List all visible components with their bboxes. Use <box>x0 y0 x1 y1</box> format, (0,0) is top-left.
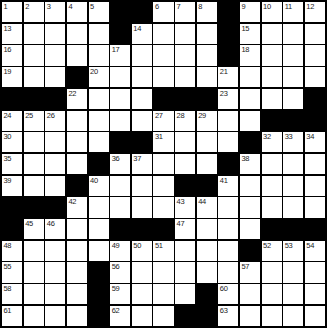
cell-r11c2[interactable]: 45 <box>24 219 44 239</box>
clue-number: 3 <box>47 2 51 11</box>
cell-r13c12[interactable]: 57 <box>240 262 260 282</box>
clue-number: 36 <box>112 154 120 163</box>
cell-r4c11[interactable]: 21 <box>218 67 238 87</box>
black-cell-r7c12 <box>240 132 260 152</box>
cell-r13c2[interactable] <box>24 262 44 282</box>
clue-number: 41 <box>220 176 228 185</box>
clue-number: 16 <box>4 45 12 54</box>
black-cell-r10c1 <box>2 197 22 217</box>
black-cell-r15c5 <box>89 306 109 326</box>
cell-r9c6[interactable] <box>110 176 130 196</box>
cell-r3c12[interactable]: 18 <box>240 45 260 65</box>
cell-r13c10[interactable] <box>197 262 217 282</box>
cell-r3c15[interactable] <box>305 45 325 65</box>
cell-r2c3[interactable] <box>45 24 65 44</box>
cell-r2c7[interactable]: 14 <box>132 24 152 44</box>
cell-r1c10[interactable]: 8 <box>197 2 217 22</box>
cell-r11c3[interactable]: 46 <box>45 219 65 239</box>
cell-r7c13[interactable]: 32 <box>262 132 282 152</box>
cell-r6c11[interactable] <box>218 111 238 131</box>
cell-r11c5[interactable] <box>89 219 109 239</box>
cell-r8c10[interactable] <box>197 154 217 174</box>
cell-r5c12[interactable] <box>240 89 260 109</box>
cell-r12c3[interactable] <box>45 241 65 261</box>
clue-number: 57 <box>241 262 249 271</box>
cell-r12c2[interactable] <box>24 241 44 261</box>
black-cell-r14c10 <box>197 284 217 304</box>
cell-r13c6[interactable]: 56 <box>110 262 130 282</box>
clue-number: 47 <box>177 219 185 228</box>
cell-r10c11[interactable] <box>218 197 238 217</box>
cell-r3c8[interactable] <box>153 45 173 65</box>
cell-r12c10[interactable] <box>197 241 217 261</box>
cell-r14c14[interactable] <box>283 284 303 304</box>
cell-r9c11[interactable]: 41 <box>218 176 238 196</box>
cell-r3c1[interactable]: 16 <box>2 45 22 65</box>
cell-r4c6[interactable] <box>110 67 130 87</box>
clue-number: 22 <box>68 89 76 98</box>
cell-r5c7[interactable] <box>132 89 152 109</box>
cell-r7c1[interactable]: 30 <box>2 132 22 152</box>
cell-r4c13[interactable] <box>262 67 282 87</box>
black-cell-r15c9 <box>175 306 195 326</box>
black-cell-r10c3 <box>45 197 65 217</box>
cell-r2c5[interactable] <box>89 24 109 44</box>
cell-r3c7[interactable] <box>132 45 152 65</box>
cell-r7c11[interactable] <box>218 132 238 152</box>
clue-number: 46 <box>47 219 55 228</box>
cell-r6c10[interactable]: 29 <box>197 111 217 131</box>
cell-r6c12[interactable] <box>240 111 260 131</box>
cell-r4c15[interactable] <box>305 67 325 87</box>
cell-r12c6[interactable]: 49 <box>110 241 130 261</box>
clue-number: 45 <box>25 219 33 228</box>
cell-r13c1[interactable]: 55 <box>2 262 22 282</box>
cell-r3c4[interactable] <box>67 45 87 65</box>
black-cell-r5c10 <box>197 89 217 109</box>
cell-r13c8[interactable] <box>153 262 173 282</box>
clue-number: 61 <box>4 306 12 315</box>
clue-number: 43 <box>177 197 185 206</box>
clue-number: 24 <box>4 111 12 120</box>
clue-number: 19 <box>4 67 12 76</box>
cell-r6c9[interactable]: 28 <box>175 111 195 131</box>
cell-r15c1[interactable]: 61 <box>2 306 22 326</box>
clue-number: 49 <box>112 241 120 250</box>
clue-number: 11 <box>285 2 292 11</box>
clue-number: 48 <box>4 241 12 250</box>
black-cell-r15c10 <box>197 306 217 326</box>
cell-r8c4[interactable] <box>67 154 87 174</box>
clue-number: 54 <box>306 241 314 250</box>
cell-r15c2[interactable] <box>24 306 44 326</box>
black-cell-r11c6 <box>110 219 130 239</box>
clue-number: 52 <box>263 241 271 250</box>
clue-number: 32 <box>263 132 271 141</box>
cell-r2c4[interactable] <box>67 24 87 44</box>
cell-r6c5[interactable] <box>89 111 109 131</box>
cell-r14c4[interactable] <box>67 284 87 304</box>
cell-r6c4[interactable] <box>67 111 87 131</box>
cell-r10c9[interactable]: 43 <box>175 197 195 217</box>
clue-number: 14 <box>133 24 141 33</box>
cell-r14c8[interactable] <box>153 284 173 304</box>
clue-number: 33 <box>285 132 293 141</box>
cell-r6c2[interactable]: 25 <box>24 111 44 131</box>
cell-r8c14[interactable] <box>283 154 303 174</box>
cell-r4c8[interactable] <box>153 67 173 87</box>
clue-number: 37 <box>133 154 141 163</box>
black-cell-r5c1 <box>2 89 22 109</box>
cell-r7c2[interactable] <box>24 132 44 152</box>
black-cell-r5c3 <box>45 89 65 109</box>
cell-r6c6[interactable] <box>110 111 130 131</box>
cell-r3c10[interactable] <box>197 45 217 65</box>
cell-r14c12[interactable] <box>240 284 260 304</box>
clue-number: 23 <box>220 89 228 98</box>
black-cell-r1c11 <box>218 2 238 22</box>
cell-r11c11[interactable] <box>218 219 238 239</box>
cell-r8c1[interactable]: 35 <box>2 154 22 174</box>
cell-r2c10[interactable] <box>197 24 217 44</box>
black-cell-r9c10 <box>197 176 217 196</box>
clue-number: 29 <box>198 111 206 120</box>
cell-r7c9[interactable] <box>175 132 195 152</box>
cell-r14c1[interactable]: 58 <box>2 284 22 304</box>
cell-r8c2[interactable] <box>24 154 44 174</box>
cell-r2c15[interactable] <box>305 24 325 44</box>
cell-r9c15[interactable] <box>305 176 325 196</box>
black-cell-r4c4 <box>67 67 87 87</box>
cell-r9c7[interactable] <box>132 176 152 196</box>
black-cell-r2c11 <box>218 24 238 44</box>
clue-number: 26 <box>47 111 55 120</box>
cell-r2c14[interactable] <box>283 24 303 44</box>
cell-r9c1[interactable]: 39 <box>2 176 22 196</box>
cell-r4c3[interactable] <box>45 67 65 87</box>
cell-r5c6[interactable] <box>110 89 130 109</box>
black-cell-r6c14 <box>283 111 303 131</box>
clue-number: 34 <box>306 132 314 141</box>
cell-r13c14[interactable] <box>283 262 303 282</box>
black-cell-r8c5 <box>89 154 109 174</box>
black-cell-r11c14 <box>283 219 303 239</box>
cell-r13c9[interactable] <box>175 262 195 282</box>
cell-r14c2[interactable] <box>24 284 44 304</box>
cell-r7c10[interactable] <box>197 132 217 152</box>
black-cell-r1c7 <box>132 2 152 22</box>
black-cell-r7c7 <box>132 132 152 152</box>
cell-r6c3[interactable]: 26 <box>45 111 65 131</box>
cell-r2c1[interactable]: 13 <box>2 24 22 44</box>
clue-number: 60 <box>220 284 228 293</box>
cell-r11c10[interactable] <box>197 219 217 239</box>
cell-r2c2[interactable] <box>24 24 44 44</box>
cell-r1c5[interactable]: 5 <box>89 2 109 22</box>
cell-r15c12[interactable] <box>240 306 260 326</box>
black-cell-r13c5 <box>89 262 109 282</box>
cell-r14c15[interactable] <box>305 284 325 304</box>
cell-r1c2[interactable]: 2 <box>24 2 44 22</box>
cell-r1c12[interactable]: 9 <box>240 2 260 22</box>
cell-r3c9[interactable] <box>175 45 195 65</box>
cell-r9c3[interactable] <box>45 176 65 196</box>
cell-r8c8[interactable] <box>153 154 173 174</box>
cell-r8c12[interactable]: 38 <box>240 154 260 174</box>
cell-r10c15[interactable] <box>305 197 325 217</box>
cell-r14c13[interactable] <box>262 284 282 304</box>
clue-number: 38 <box>241 154 249 163</box>
cell-r3c14[interactable] <box>283 45 303 65</box>
clue-number: 4 <box>68 2 72 11</box>
cell-r13c7[interactable] <box>132 262 152 282</box>
cell-r12c11[interactable] <box>218 241 238 261</box>
clue-number: 44 <box>198 197 206 206</box>
black-cell-r6c13 <box>262 111 282 131</box>
cell-r11c9[interactable]: 47 <box>175 219 195 239</box>
cell-r3c13[interactable] <box>262 45 282 65</box>
black-cell-r14c5 <box>89 284 109 304</box>
cell-r9c12[interactable] <box>240 176 260 196</box>
cell-r13c4[interactable] <box>67 262 87 282</box>
black-cell-r9c9 <box>175 176 195 196</box>
black-cell-r11c8 <box>153 219 173 239</box>
black-cell-r6c15 <box>305 111 325 131</box>
cell-r4c5[interactable]: 20 <box>89 67 109 87</box>
clue-number: 25 <box>25 111 33 120</box>
clue-number: 28 <box>177 111 185 120</box>
cell-r15c4[interactable] <box>67 306 87 326</box>
cell-r8c15[interactable] <box>305 154 325 174</box>
cell-r15c7[interactable] <box>132 306 152 326</box>
clue-number: 13 <box>4 24 12 33</box>
clue-number: 1 <box>4 2 8 11</box>
cell-r8c6[interactable]: 36 <box>110 154 130 174</box>
black-cell-r8c11 <box>218 154 238 174</box>
cell-r5c4[interactable]: 22 <box>67 89 87 109</box>
black-cell-r5c9 <box>175 89 195 109</box>
clue-number: 51 <box>155 241 163 250</box>
clue-number: 55 <box>4 262 12 271</box>
cell-r1c4[interactable]: 4 <box>67 2 87 22</box>
cell-r6c8[interactable]: 27 <box>153 111 173 131</box>
cell-r8c7[interactable]: 37 <box>132 154 152 174</box>
cell-r10c8[interactable] <box>153 197 173 217</box>
cell-r12c5[interactable] <box>89 241 109 261</box>
cell-r9c13[interactable] <box>262 176 282 196</box>
cell-r4c2[interactable] <box>24 67 44 87</box>
cell-r8c9[interactable] <box>175 154 195 174</box>
clue-number: 27 <box>155 111 163 120</box>
cell-r15c14[interactable] <box>283 306 303 326</box>
cell-r9c8[interactable] <box>153 176 173 196</box>
clue-number: 58 <box>4 284 12 293</box>
cell-r2c9[interactable] <box>175 24 195 44</box>
cell-r15c13[interactable] <box>262 306 282 326</box>
clue-number: 9 <box>241 2 245 11</box>
cell-r14c11[interactable]: 60 <box>218 284 238 304</box>
cell-r13c3[interactable] <box>45 262 65 282</box>
black-cell-r3c11 <box>218 45 238 65</box>
black-cell-r2c6 <box>110 24 130 44</box>
crossword-grid: 1234567891011121314151617181920212223242… <box>0 0 327 328</box>
clue-number: 40 <box>90 176 98 185</box>
cell-r5c14[interactable] <box>283 89 303 109</box>
cell-r15c3[interactable] <box>45 306 65 326</box>
cell-r12c8[interactable]: 51 <box>153 241 173 261</box>
cell-r12c9[interactable] <box>175 241 195 261</box>
cell-r6c1[interactable]: 24 <box>2 111 22 131</box>
black-cell-r11c13 <box>262 219 282 239</box>
black-cell-r11c7 <box>132 219 152 239</box>
clue-number: 8 <box>198 2 202 11</box>
clue-number: 63 <box>220 306 228 315</box>
clue-number: 39 <box>4 176 12 185</box>
black-cell-r11c15 <box>305 219 325 239</box>
black-cell-r1c6 <box>110 2 130 22</box>
cell-r15c8[interactable] <box>153 306 173 326</box>
cell-r3c2[interactable] <box>24 45 44 65</box>
cell-r12c13[interactable]: 52 <box>262 241 282 261</box>
clue-number: 31 <box>155 132 163 141</box>
clue-number: 20 <box>90 67 98 76</box>
cell-r10c14[interactable] <box>283 197 303 217</box>
cell-r4c12[interactable] <box>240 67 260 87</box>
cell-r12c15[interactable]: 54 <box>305 241 325 261</box>
cell-r7c14[interactable]: 33 <box>283 132 303 152</box>
cell-r2c12[interactable]: 15 <box>240 24 260 44</box>
cell-r12c7[interactable]: 50 <box>132 241 152 261</box>
cell-r10c10[interactable]: 44 <box>197 197 217 217</box>
black-cell-r5c2 <box>24 89 44 109</box>
cell-r10c13[interactable] <box>262 197 282 217</box>
cell-r9c2[interactable] <box>24 176 44 196</box>
cell-r13c15[interactable] <box>305 262 325 282</box>
cell-r3c5[interactable] <box>89 45 109 65</box>
cell-r10c4[interactable]: 42 <box>67 197 87 217</box>
cell-r10c5[interactable] <box>89 197 109 217</box>
clue-number: 12 <box>306 2 314 11</box>
cell-r1c13[interactable]: 10 <box>262 2 282 22</box>
clue-number: 35 <box>4 154 12 163</box>
cell-r4c14[interactable] <box>283 67 303 87</box>
clue-number: 6 <box>155 2 159 11</box>
cell-r6c7[interactable] <box>132 111 152 131</box>
clue-number: 59 <box>112 284 120 293</box>
clue-number: 56 <box>112 262 120 271</box>
cell-r4c10[interactable] <box>197 67 217 87</box>
cell-r7c5[interactable] <box>89 132 109 152</box>
cell-r8c13[interactable] <box>262 154 282 174</box>
cell-r1c15[interactable]: 12 <box>305 2 325 22</box>
clue-number: 5 <box>90 2 94 11</box>
clue-number: 7 <box>177 2 181 11</box>
cell-r12c1[interactable]: 48 <box>2 241 22 261</box>
cell-r12c4[interactable] <box>67 241 87 261</box>
clue-number: 53 <box>285 241 293 250</box>
cell-r4c7[interactable] <box>132 67 152 87</box>
cell-r7c15[interactable]: 34 <box>305 132 325 152</box>
black-cell-r12c12 <box>240 241 260 261</box>
cell-r14c6[interactable]: 59 <box>110 284 130 304</box>
cell-r5c5[interactable] <box>89 89 109 109</box>
cell-r1c14[interactable]: 11 <box>283 2 303 22</box>
cell-r3c3[interactable] <box>45 45 65 65</box>
cell-r1c3[interactable]: 3 <box>45 2 65 22</box>
clue-number: 17 <box>112 45 120 54</box>
clue-number: 2 <box>25 2 29 11</box>
cell-r5c13[interactable] <box>262 89 282 109</box>
cell-r15c11[interactable]: 63 <box>218 306 238 326</box>
black-cell-r5c15 <box>305 89 325 109</box>
cell-r4c1[interactable]: 19 <box>2 67 22 87</box>
clue-number: 62 <box>112 306 120 315</box>
cell-r3c6[interactable]: 17 <box>110 45 130 65</box>
black-cell-r10c2 <box>24 197 44 217</box>
cell-r10c6[interactable] <box>110 197 130 217</box>
cell-r7c8[interactable]: 31 <box>153 132 173 152</box>
clue-number: 15 <box>241 24 249 33</box>
clue-number: 50 <box>133 241 141 250</box>
cell-r14c9[interactable] <box>175 284 195 304</box>
cell-r13c13[interactable] <box>262 262 282 282</box>
clue-number: 18 <box>241 45 249 54</box>
black-cell-r5c8 <box>153 89 173 109</box>
cell-r9c14[interactable] <box>283 176 303 196</box>
black-cell-r7c6 <box>110 132 130 152</box>
cell-r7c3[interactable] <box>45 132 65 152</box>
cell-r1c1[interactable]: 1 <box>2 2 22 22</box>
black-cell-r11c1 <box>2 219 22 239</box>
cell-r1c9[interactable]: 7 <box>175 2 195 22</box>
cell-r2c13[interactable] <box>262 24 282 44</box>
cell-r5c11[interactable]: 23 <box>218 89 238 109</box>
clue-number: 42 <box>68 197 76 206</box>
cell-r10c7[interactable] <box>132 197 152 217</box>
cell-r15c15[interactable] <box>305 306 325 326</box>
cell-r11c12[interactable] <box>240 219 260 239</box>
cell-r14c7[interactable] <box>132 284 152 304</box>
cell-r10c12[interactable] <box>240 197 260 217</box>
cell-r9c5[interactable]: 40 <box>89 176 109 196</box>
cell-r1c8[interactable]: 6 <box>153 2 173 22</box>
cell-r8c3[interactable] <box>45 154 65 174</box>
cell-r13c11[interactable] <box>218 262 238 282</box>
clue-number: 21 <box>220 67 228 76</box>
black-cell-r9c4 <box>67 176 87 196</box>
cell-r12c14[interactable]: 53 <box>283 241 303 261</box>
clue-number: 10 <box>263 2 271 11</box>
cell-r11c4[interactable] <box>67 219 87 239</box>
cell-r2c8[interactable] <box>153 24 173 44</box>
clue-number: 30 <box>4 132 12 141</box>
cell-r4c9[interactable] <box>175 67 195 87</box>
cell-r14c3[interactable] <box>45 284 65 304</box>
cell-r15c6[interactable]: 62 <box>110 306 130 326</box>
cell-r7c4[interactable] <box>67 132 87 152</box>
